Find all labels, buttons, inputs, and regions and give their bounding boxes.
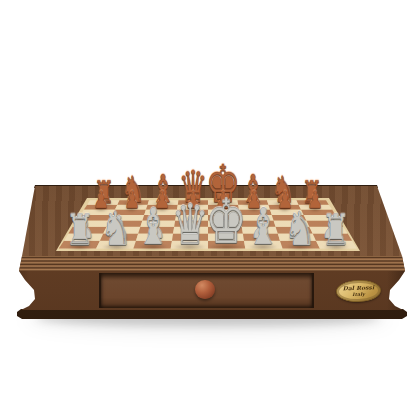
piece-silver-king-e1: ♚: [205, 191, 247, 253]
pieces-layer: ♜♞♝♛♚♝♞♜♟♟♟♟♟♟♟♟♟♟♟♟♟♟♟♟♜♞♝♛♚♝♞♜: [0, 0, 416, 416]
piece-silver-bishop-c1: ♝: [136, 202, 170, 252]
piece-silver-rook-a1: ♜: [65, 209, 94, 252]
piece-silver-rook-h1: ♜: [322, 209, 351, 252]
piece-silver-queen-d1: ♛: [171, 197, 209, 253]
piece-silver-knight-b1: ♞: [101, 205, 133, 252]
chess-set-photo: Dal Rossi Italy ♜♞♝♛♚♝♞♜♟♟♟♟♟♟♟♟♟♟♟♟♟♟♟♟…: [0, 0, 416, 416]
piece-silver-knight-g1: ♞: [284, 205, 316, 252]
piece-silver-bishop-f1: ♝: [246, 202, 280, 252]
